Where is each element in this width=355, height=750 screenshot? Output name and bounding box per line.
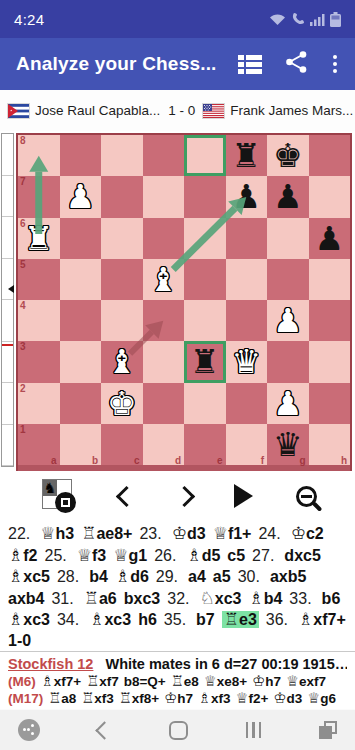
move-token[interactable]: ♗d5: [186, 547, 220, 564]
move-token[interactable]: ♖xf3: [81, 691, 114, 706]
square-c4[interactable]: [101, 300, 143, 341]
previous-move-button[interactable]: [116, 485, 137, 506]
square-g5[interactable]: [267, 259, 309, 300]
square-f3[interactable]: ♛: [226, 341, 268, 382]
status-icons: [269, 12, 341, 27]
engine-line[interactable]: (M17)♖a8♖xf3♖xf8+♔h7♗xf3♕f2+♔d3♕g6: [8, 690, 347, 707]
square-b3[interactable]: [60, 341, 102, 382]
square-g6[interactable]: [267, 218, 309, 259]
square-b1[interactable]: b: [60, 424, 102, 465]
move-number: 28.: [57, 568, 82, 585]
square-a5[interactable]: 5: [18, 259, 60, 300]
file-label: d: [175, 455, 181, 466]
square-c6[interactable]: [101, 218, 143, 259]
square-b6[interactable]: [60, 218, 102, 259]
move-token[interactable]: b7: [196, 611, 215, 628]
android-nav-bar: [0, 710, 355, 750]
square-h7[interactable]: [309, 176, 351, 217]
white-player-flag-cuba: [8, 104, 29, 118]
move-token[interactable]: ♕g6: [307, 691, 336, 706]
square-h2[interactable]: [309, 383, 351, 424]
move-token[interactable]: ♗xf7+: [41, 674, 81, 689]
overflow-menu-icon[interactable]: [331, 53, 339, 75]
move-token[interactable]: c5: [227, 547, 245, 564]
move-token[interactable]: b8=Q+: [124, 674, 166, 689]
square-f7[interactable]: ♟: [226, 176, 268, 217]
move-number: 25.: [44, 547, 69, 564]
square-d2[interactable]: [143, 383, 185, 424]
square-f5[interactable]: [226, 259, 268, 300]
move-number: 23.: [139, 525, 164, 542]
move-token[interactable]: h6: [138, 611, 157, 628]
move-number: 27.: [252, 547, 277, 564]
square-a3[interactable]: 3: [18, 341, 60, 382]
move-token[interactable]: bxc3: [124, 590, 160, 607]
rank-label: 5: [20, 259, 26, 270]
square-g1[interactable]: g♛: [267, 424, 309, 465]
black-rook-e3[interactable]: ♜: [184, 341, 226, 382]
square-e2[interactable]: [184, 383, 226, 424]
engine-panel: Stockfish 12 White mates in 6 d=27 00:19…: [0, 651, 355, 709]
rank-label: 2: [20, 383, 26, 394]
square-g3[interactable]: [267, 341, 309, 382]
square-h4[interactable]: [309, 300, 351, 341]
back-icon[interactable]: [95, 721, 113, 739]
black-king-g8[interactable]: ♚: [267, 135, 309, 176]
square-e3[interactable]: ♜: [184, 341, 226, 382]
move-token[interactable]: ♖ae8+: [81, 525, 132, 542]
move-token[interactable]: ♕g1: [113, 547, 147, 564]
knight-icon: ♞: [43, 480, 57, 496]
square-d7[interactable]: [143, 176, 185, 217]
rank-label: 6: [20, 218, 26, 229]
square-c2[interactable]: ♚: [101, 383, 143, 424]
move-token[interactable]: ♗xc3: [89, 611, 131, 628]
board-setup-button[interactable]: ♞: [42, 479, 76, 513]
move-token[interactable]: ♗f2: [8, 547, 37, 564]
move-number: 30.: [238, 568, 263, 585]
status-bar: 4:24: [0, 0, 355, 38]
engine-status: White mates in 6 d=27 00:19 1915…: [105, 656, 347, 672]
move-token[interactable]: axb5: [270, 568, 306, 585]
move-token[interactable]: ♘xc3: [199, 590, 241, 607]
move-token[interactable]: b4: [89, 568, 108, 585]
white-bishop-c3[interactable]: ♝: [101, 341, 143, 382]
file-label: a: [51, 455, 57, 466]
home-icon[interactable]: [169, 721, 188, 740]
move-number: 24.: [258, 525, 283, 542]
black-pawn-g7[interactable]: ♟: [267, 176, 309, 217]
move-token[interactable]: ♗d6: [115, 568, 149, 585]
move-token[interactable]: ♕exf7: [286, 674, 326, 689]
square-d4[interactable]: [143, 300, 185, 341]
move-number: 32.: [167, 590, 192, 607]
square-g7[interactable]: ♟: [267, 176, 309, 217]
move-line: 22.♕h3♖ae8+23.♔d3♕f1+24.♔c2: [8, 523, 347, 545]
move-token[interactable]: ♖a8: [48, 691, 76, 706]
move-token[interactable]: b6: [322, 590, 341, 607]
playback-controls: ♞: [0, 472, 355, 520]
signal-icon: [310, 13, 325, 26]
move-token[interactable]: ♔h7: [164, 691, 193, 706]
engine-line[interactable]: (M6)♗xf7+♖xf7b8=Q+♖e8♕xe8+♔h7♕exf7: [8, 673, 347, 690]
move-list: 22.♕h3♖ae8+23.♔d3♕f1+24.♔c2♗f225.♕f3♕g12…: [0, 520, 355, 651]
eval-marker: [8, 285, 14, 293]
chess-analysis-app: 4:24 Analyze your Chess... Jose Raul Cap…: [0, 0, 355, 750]
move-token[interactable]: 1-0: [8, 632, 31, 649]
square-b2[interactable]: [60, 383, 102, 424]
file-label: f: [261, 455, 264, 466]
move-token[interactable]: ♕xe8+: [204, 674, 247, 689]
move-token[interactable]: ♖e8: [171, 674, 199, 689]
square-d5[interactable]: ♝: [143, 259, 185, 300]
square-a2[interactable]: 2: [18, 383, 60, 424]
move-token[interactable]: ♕f3: [77, 547, 106, 564]
move-token[interactable]: ♖xf8+: [119, 691, 159, 706]
white-king-c2[interactable]: ♚: [101, 383, 143, 424]
square-c1[interactable]: c: [101, 424, 143, 465]
engine-name[interactable]: Stockfish 12: [8, 656, 93, 672]
square-e5[interactable]: [184, 259, 226, 300]
white-queen-f3[interactable]: ♛: [226, 341, 268, 382]
square-a8[interactable]: 8: [18, 135, 60, 176]
share-icon[interactable]: [286, 51, 307, 77]
black-player-name[interactable]: Frank James Mars...: [230, 103, 353, 118]
move-list-icon[interactable]: [238, 55, 262, 74]
move-number: 36.: [266, 611, 291, 628]
battery-icon: [330, 12, 341, 27]
black-player-flag-usa: [203, 104, 224, 118]
evaluation-bar: [1, 133, 14, 467]
square-d1[interactable]: d: [143, 424, 185, 465]
square-a4[interactable]: 4: [18, 300, 60, 341]
game-tools-icon[interactable]: [18, 719, 40, 741]
square-e4[interactable]: [184, 300, 226, 341]
recents-icon[interactable]: [246, 722, 262, 738]
white-pawn-g2[interactable]: ♟: [267, 383, 309, 424]
call-icon: [291, 12, 305, 26]
move-line: ♗xc334.♗xc3h635.b7♖e336.♗xf7+: [8, 609, 347, 631]
square-g2[interactable]: ♟: [267, 383, 309, 424]
square-b8[interactable]: [60, 135, 102, 176]
square-f8[interactable]: ♜: [226, 135, 268, 176]
move-token[interactable]: ♗xc3: [8, 611, 50, 628]
multi-window-icon[interactable]: [319, 721, 337, 739]
white-pawn-b7[interactable]: ♟: [60, 176, 102, 217]
black-rook-f8[interactable]: ♜: [226, 135, 268, 176]
stop-icon: [55, 492, 76, 513]
square-h1[interactable]: h: [309, 424, 351, 465]
file-label: h: [341, 455, 347, 466]
square-f2[interactable]: [226, 383, 268, 424]
move-token[interactable]: ♗b4: [248, 590, 282, 607]
white-player-name[interactable]: Jose Raul Capabla...: [35, 103, 160, 118]
move-token[interactable]: ♖a6: [84, 590, 117, 607]
move-token[interactable]: ♔h7: [252, 674, 281, 689]
move-token[interactable]: ♔d3: [172, 525, 206, 542]
white-bishop-d5[interactable]: ♝: [143, 259, 185, 300]
square-h5[interactable]: [309, 259, 351, 300]
square-d8[interactable]: [143, 135, 185, 176]
square-e1[interactable]: e: [184, 424, 226, 465]
square-e8[interactable]: [184, 135, 226, 176]
square-c8[interactable]: [101, 135, 143, 176]
square-b4[interactable]: [60, 300, 102, 341]
move-line: axb431.♖a6bxc332.♘xc3♗b433.b6: [8, 588, 347, 610]
move-token[interactable]: ♕f1+: [213, 525, 252, 542]
move-number: 29.: [156, 568, 181, 585]
move-number: 35.: [164, 611, 189, 628]
file-label: c: [134, 455, 140, 466]
square-a1[interactable]: 1a: [18, 424, 60, 465]
square-g4[interactable]: ♟: [267, 300, 309, 341]
square-h3[interactable]: [309, 341, 351, 382]
move-token[interactable]: ♗xf3: [198, 691, 231, 706]
rank-label: 8: [20, 135, 26, 146]
square-e6[interactable]: [184, 218, 226, 259]
move-line: ♗f225.♕f3♕g126.♗d5c527.dxc5: [8, 545, 347, 567]
square-b7[interactable]: ♟: [60, 176, 102, 217]
move-token[interactable]: dxc5: [284, 547, 320, 564]
move-number: 31.: [51, 590, 76, 607]
play-button[interactable]: [234, 484, 253, 508]
move-line: 1-0: [8, 631, 347, 652]
square-d3[interactable]: [143, 341, 185, 382]
move-token[interactable]: ♔d3: [273, 691, 302, 706]
square-c7[interactable]: [101, 176, 143, 217]
file-label: b: [92, 455, 98, 466]
rank-label: 4: [20, 300, 26, 311]
move-token[interactable]: axb4: [8, 590, 44, 607]
rank-label: 1: [20, 424, 26, 435]
move-token[interactable]: ♔c2: [291, 525, 324, 542]
white-pawn-g4[interactable]: ♟: [267, 300, 309, 341]
square-a7[interactable]: 7: [18, 176, 60, 217]
square-e7[interactable]: [184, 176, 226, 217]
next-move-button[interactable]: [173, 485, 194, 506]
square-f1[interactable]: f: [226, 424, 268, 465]
black-pawn-h6[interactable]: ♟: [309, 218, 351, 259]
square-d6[interactable]: [143, 218, 185, 259]
move-token[interactable]: ♕h3: [40, 525, 74, 542]
rank-label: 7: [20, 176, 26, 187]
square-b5[interactable]: [60, 259, 102, 300]
zoom-out-icon[interactable]: [296, 486, 317, 507]
file-label: g: [299, 455, 305, 466]
move-number: 34.: [57, 611, 82, 628]
square-h6[interactable]: ♟: [309, 218, 351, 259]
app-bar: Analyze your Chess...: [0, 38, 355, 90]
square-a6[interactable]: 6♜: [18, 218, 60, 259]
move-token[interactable]: a4: [188, 568, 206, 585]
board-region: 8♜♚7♟♟♟6♜♟5♝4♟3♝♜♛2♚♟1abcdefg♛h: [0, 131, 355, 472]
square-g8[interactable]: ♚: [267, 135, 309, 176]
square-c3[interactable]: ♝: [101, 341, 143, 382]
eval-red-line: [2, 344, 13, 346]
square-f4[interactable]: [226, 300, 268, 341]
square-c5[interactable]: [101, 259, 143, 300]
square-h8[interactable]: [309, 135, 351, 176]
engine-line-label: (M6): [8, 674, 36, 689]
rank-label: 3: [20, 341, 26, 352]
wifi-icon: [269, 12, 286, 26]
move-token[interactable]: ♖e3: [222, 611, 259, 628]
file-label: e: [217, 455, 223, 466]
move-line: ♗xc528.b4♗d629.a4a530.axb5: [8, 566, 347, 588]
move-token[interactable]: ♕f2+: [236, 691, 269, 706]
square-f6[interactable]: [226, 218, 268, 259]
player-bar: Jose Raul Capabla... 1 - 0 Frank James M…: [0, 90, 355, 131]
move-token[interactable]: a5: [213, 568, 231, 585]
app-title: Analyze your Chess...: [16, 53, 238, 75]
black-pawn-f7[interactable]: ♟: [226, 176, 268, 217]
game-result: 1 - 0: [166, 103, 197, 118]
move-number: 26.: [154, 547, 179, 564]
move-token[interactable]: ♗xc5: [8, 568, 50, 585]
move-token[interactable]: ♖xf7: [86, 674, 119, 689]
move-number: 22.: [8, 525, 33, 542]
move-token[interactable]: ♗xf7+: [298, 611, 346, 628]
engine-line-label: (M17): [8, 691, 43, 706]
chess-board: 8♜♚7♟♟♟6♜♟5♝4♟3♝♜♛2♚♟1abcdefg♛h: [16, 133, 352, 471]
clock-time: 4:24: [14, 11, 44, 28]
move-number: 33.: [289, 590, 314, 607]
